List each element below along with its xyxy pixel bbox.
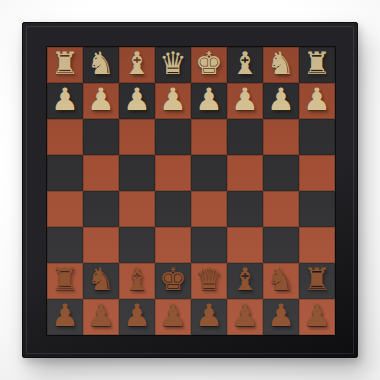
square-r2c1-black: ♟ bbox=[47, 83, 83, 119]
light-pawn: ♟ bbox=[51, 84, 79, 115]
square-r8c6-red: ♟ bbox=[227, 299, 263, 335]
square-r8c8-red: ♟ bbox=[299, 299, 335, 335]
square-r2c6-red: ♟ bbox=[227, 83, 263, 119]
square-r5c1-red bbox=[47, 191, 83, 227]
square-r5c5-red bbox=[191, 191, 227, 227]
square-r8c5-black: ♟ bbox=[191, 299, 227, 335]
square-r5c7-red bbox=[263, 191, 299, 227]
square-r3c5-red bbox=[191, 119, 227, 155]
square-r1c8-black: ♜ bbox=[299, 47, 335, 83]
light-pawn: ♟ bbox=[303, 84, 331, 115]
light-king: ♚ bbox=[195, 48, 223, 79]
square-r6c4-red bbox=[155, 227, 191, 263]
light-rook: ♜ bbox=[51, 48, 79, 79]
square-r7c7-red: ♞ bbox=[263, 263, 299, 299]
brown-bishop: ♝ bbox=[123, 264, 151, 295]
chess-board-frame: ♜♞♝♛♚♝♞♜♟♟♟♟♟♟♟♟♜♞♝♚♛♝♞♜♟♟♟♟♟♟♟♟ bbox=[22, 22, 358, 358]
light-pawn: ♟ bbox=[267, 84, 295, 115]
square-r8c1-black: ♟ bbox=[47, 299, 83, 335]
square-r2c2-red: ♟ bbox=[83, 83, 119, 119]
square-r4c8-red bbox=[299, 155, 335, 191]
square-r7c8-black: ♜ bbox=[299, 263, 335, 299]
square-r6c8-red bbox=[299, 227, 335, 263]
brown-pawn: ♟ bbox=[303, 300, 331, 331]
square-r2c4-red: ♟ bbox=[155, 83, 191, 119]
brown-bishop: ♝ bbox=[231, 264, 259, 295]
brown-pawn: ♟ bbox=[51, 300, 79, 331]
square-r6c1-black bbox=[47, 227, 83, 263]
square-r6c6-red bbox=[227, 227, 263, 263]
square-r5c8-black bbox=[299, 191, 335, 227]
square-r2c7-black: ♟ bbox=[263, 83, 299, 119]
square-r4c3-black bbox=[119, 155, 155, 191]
square-r6c7-black bbox=[263, 227, 299, 263]
brown-pawn: ♟ bbox=[123, 300, 151, 331]
square-r5c2-black bbox=[83, 191, 119, 227]
square-r3c1-red bbox=[47, 119, 83, 155]
brown-pawn: ♟ bbox=[195, 300, 223, 331]
square-r1c6-black: ♝ bbox=[227, 47, 263, 83]
square-r7c4-black: ♚ bbox=[155, 263, 191, 299]
square-r1c4-black: ♛ bbox=[155, 47, 191, 83]
light-queen: ♛ bbox=[159, 48, 187, 79]
square-r2c5-black: ♟ bbox=[191, 83, 227, 119]
square-r4c6-red bbox=[227, 155, 263, 191]
brown-pawn: ♟ bbox=[159, 300, 187, 331]
square-r8c3-black: ♟ bbox=[119, 299, 155, 335]
brown-rook: ♜ bbox=[303, 264, 331, 295]
light-pawn: ♟ bbox=[195, 84, 223, 115]
chess-board: ♜♞♝♛♚♝♞♜♟♟♟♟♟♟♟♟♜♞♝♚♛♝♞♜♟♟♟♟♟♟♟♟ bbox=[47, 47, 335, 335]
square-r7c5-red: ♛ bbox=[191, 263, 227, 299]
light-knight: ♞ bbox=[87, 48, 115, 79]
square-r4c5-black bbox=[191, 155, 227, 191]
brown-knight: ♞ bbox=[267, 264, 295, 295]
square-r2c3-black: ♟ bbox=[119, 83, 155, 119]
light-pawn: ♟ bbox=[123, 84, 151, 115]
brown-pawn: ♟ bbox=[267, 300, 295, 331]
brown-king: ♚ bbox=[159, 264, 187, 295]
square-r1c5-red: ♚ bbox=[191, 47, 227, 83]
square-r1c1-red: ♜ bbox=[47, 47, 83, 83]
light-bishop: ♝ bbox=[123, 48, 151, 79]
square-r7c3-red: ♝ bbox=[119, 263, 155, 299]
square-r1c7-red: ♞ bbox=[263, 47, 299, 83]
light-pawn: ♟ bbox=[87, 84, 115, 115]
square-r3c4-black bbox=[155, 119, 191, 155]
square-r3c6-black bbox=[227, 119, 263, 155]
brown-rook: ♜ bbox=[51, 264, 79, 295]
square-r1c3-red: ♝ bbox=[119, 47, 155, 83]
square-r5c3-red bbox=[119, 191, 155, 227]
square-r8c4-red: ♟ bbox=[155, 299, 191, 335]
square-r5c6-black bbox=[227, 191, 263, 227]
square-r4c7-black bbox=[263, 155, 299, 191]
square-r4c1-black bbox=[47, 155, 83, 191]
square-r3c7-red bbox=[263, 119, 299, 155]
brown-pawn: ♟ bbox=[231, 300, 259, 331]
square-r6c2-red bbox=[83, 227, 119, 263]
light-bishop: ♝ bbox=[231, 48, 259, 79]
square-r6c3-black bbox=[119, 227, 155, 263]
light-pawn: ♟ bbox=[231, 84, 259, 115]
square-r8c7-black: ♟ bbox=[263, 299, 299, 335]
square-r6c5-black bbox=[191, 227, 227, 263]
square-r4c2-red bbox=[83, 155, 119, 191]
brown-queen: ♛ bbox=[195, 264, 223, 295]
square-r3c3-red bbox=[119, 119, 155, 155]
square-r5c4-black bbox=[155, 191, 191, 227]
light-rook: ♜ bbox=[303, 48, 331, 79]
light-pawn: ♟ bbox=[159, 84, 187, 115]
square-r2c8-red: ♟ bbox=[299, 83, 335, 119]
square-r3c8-black bbox=[299, 119, 335, 155]
square-r3c2-black bbox=[83, 119, 119, 155]
square-r8c2-red: ♟ bbox=[83, 299, 119, 335]
square-r4c4-red bbox=[155, 155, 191, 191]
square-r7c6-black: ♝ bbox=[227, 263, 263, 299]
brown-knight: ♞ bbox=[87, 264, 115, 295]
square-r7c1-red: ♜ bbox=[47, 263, 83, 299]
square-r7c2-black: ♞ bbox=[83, 263, 119, 299]
photo-canvas: ♜♞♝♛♚♝♞♜♟♟♟♟♟♟♟♟♜♞♝♚♛♝♞♜♟♟♟♟♟♟♟♟ bbox=[0, 0, 380, 380]
square-r1c2-black: ♞ bbox=[83, 47, 119, 83]
light-knight: ♞ bbox=[267, 48, 295, 79]
brown-pawn: ♟ bbox=[87, 300, 115, 331]
